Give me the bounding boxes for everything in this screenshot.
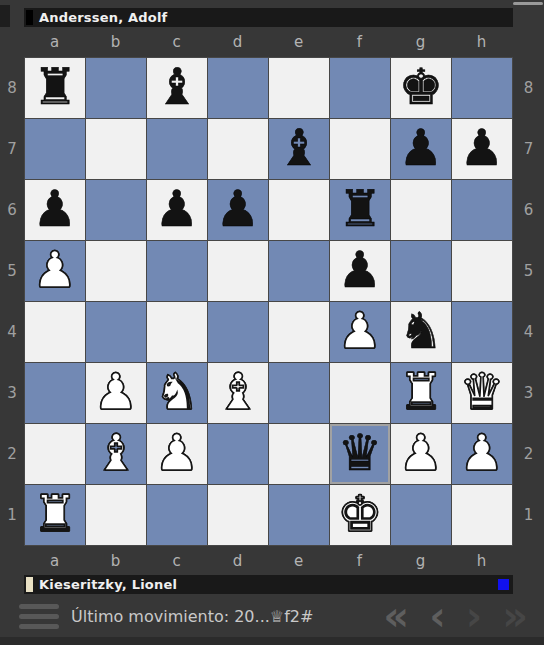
top-player-name: Anderssen, Adolf xyxy=(39,10,167,25)
file-label-e: e xyxy=(268,33,329,51)
file-label-a: a xyxy=(24,552,85,570)
file-label-d: d xyxy=(207,33,268,51)
rank-label-7: 7 xyxy=(513,140,544,158)
file-label-g: g xyxy=(390,33,451,51)
square-d5[interactable] xyxy=(208,241,268,301)
rank-label-6: 6 xyxy=(0,201,24,219)
window-corner-notch xyxy=(0,5,10,27)
square-h5[interactable] xyxy=(452,241,512,301)
square-c8[interactable]: ♝ xyxy=(147,58,207,118)
black-king-piece: ♚ xyxy=(391,58,451,118)
next-move-button[interactable]: › xyxy=(466,595,482,637)
file-label-b: b xyxy=(85,552,146,570)
square-d1[interactable] xyxy=(208,485,268,545)
previous-move-button[interactable]: ‹ xyxy=(429,595,445,637)
square-g1[interactable] xyxy=(391,485,451,545)
rank-label-3: 3 xyxy=(513,384,544,402)
white-pawn-piece: ♟ xyxy=(147,424,207,484)
square-h7[interactable]: ♟ xyxy=(452,119,512,179)
square-f5[interactable]: ♟ xyxy=(330,241,390,301)
file-labels-top: abcdefgh xyxy=(24,27,513,57)
rank-label-2: 2 xyxy=(513,445,544,463)
square-g8[interactable]: ♚ xyxy=(391,58,451,118)
square-g3[interactable]: ♜ xyxy=(391,363,451,423)
white-pawn-piece: ♟ xyxy=(452,424,512,484)
white-knight-piece: ♞ xyxy=(147,363,207,423)
rank-label-8: 8 xyxy=(0,79,24,97)
square-h8[interactable] xyxy=(452,58,512,118)
file-label-g: g xyxy=(390,552,451,570)
file-label-f: f xyxy=(329,552,390,570)
square-h1[interactable] xyxy=(452,485,512,545)
black-bishop-piece: ♝ xyxy=(269,119,329,179)
square-c5[interactable] xyxy=(147,241,207,301)
black-queen-piece: ♛ xyxy=(330,424,390,484)
square-b2[interactable]: ♝ xyxy=(86,424,146,484)
last-move-text: Último movimiento: 20...♕f2# xyxy=(71,607,313,626)
square-d7[interactable] xyxy=(208,119,268,179)
square-a1[interactable]: ♜ xyxy=(25,485,85,545)
square-e4[interactable] xyxy=(269,302,329,362)
square-a2[interactable] xyxy=(25,424,85,484)
black-knight-piece: ♞ xyxy=(391,302,451,362)
black-rook-piece: ♜ xyxy=(330,180,390,240)
file-label-h: h xyxy=(451,33,512,51)
square-f8[interactable] xyxy=(330,58,390,118)
move-navigation: «‹›» xyxy=(383,595,528,637)
black-pawn-piece: ♟ xyxy=(147,180,207,240)
white-pawn-piece: ♟ xyxy=(391,424,451,484)
square-f4[interactable]: ♟ xyxy=(330,302,390,362)
square-d4[interactable] xyxy=(208,302,268,362)
top-player-bar: Anderssen, Adolf xyxy=(24,8,513,27)
square-e3[interactable] xyxy=(269,363,329,423)
square-e2[interactable] xyxy=(269,424,329,484)
white-bishop-piece: ♝ xyxy=(86,424,146,484)
square-h3[interactable]: ♛ xyxy=(452,363,512,423)
rank-label-1: 1 xyxy=(513,506,544,524)
square-a6[interactable]: ♟ xyxy=(25,180,85,240)
black-pawn-piece: ♟ xyxy=(452,119,512,179)
square-c2[interactable]: ♟ xyxy=(147,424,207,484)
square-c1[interactable] xyxy=(147,485,207,545)
rank-label-4: 4 xyxy=(513,323,544,341)
bottom-player-bar: Kieseritzky, Lionel xyxy=(24,575,513,594)
white-rook-piece: ♜ xyxy=(391,363,451,423)
square-e7[interactable]: ♝ xyxy=(269,119,329,179)
square-f1[interactable]: ♚ xyxy=(330,485,390,545)
last-move-button[interactable]: » xyxy=(502,595,528,637)
rank-label-7: 7 xyxy=(0,140,24,158)
menu-button[interactable] xyxy=(19,604,59,629)
rank-labels-right: 87654321 xyxy=(513,57,544,546)
square-c4[interactable] xyxy=(147,302,207,362)
square-e5[interactable] xyxy=(269,241,329,301)
square-d8[interactable] xyxy=(208,58,268,118)
square-a3[interactable] xyxy=(25,363,85,423)
file-label-c: c xyxy=(146,552,207,570)
black-side-indicator xyxy=(26,10,33,25)
white-rook-piece: ♜ xyxy=(25,485,85,545)
white-pawn-piece: ♟ xyxy=(330,302,390,362)
square-h4[interactable] xyxy=(452,302,512,362)
square-d3[interactable]: ♝ xyxy=(208,363,268,423)
bottom-player-name: Kieseritzky, Lionel xyxy=(39,577,177,592)
white-pawn-piece: ♟ xyxy=(25,241,85,301)
square-c7[interactable] xyxy=(147,119,207,179)
square-a5[interactable]: ♟ xyxy=(25,241,85,301)
file-label-b: b xyxy=(85,33,146,51)
black-rook-piece: ♜ xyxy=(25,58,85,118)
rank-label-1: 1 xyxy=(0,506,24,524)
rank-label-3: 3 xyxy=(0,384,24,402)
square-g2[interactable]: ♟ xyxy=(391,424,451,484)
file-label-d: d xyxy=(207,552,268,570)
file-label-e: e xyxy=(268,552,329,570)
rank-label-6: 6 xyxy=(513,201,544,219)
bottom-toolbar: Último movimiento: 20...♕f2# «‹›» xyxy=(0,595,544,637)
white-bishop-piece: ♝ xyxy=(208,363,268,423)
square-c6[interactable]: ♟ xyxy=(147,180,207,240)
square-h6[interactable] xyxy=(452,180,512,240)
square-b7[interactable] xyxy=(86,119,146,179)
square-a8[interactable]: ♜ xyxy=(25,58,85,118)
square-b3[interactable]: ♟ xyxy=(86,363,146,423)
hamburger-icon xyxy=(19,604,59,609)
board: ♜♝♚♝♟♟♟♟♟♜♟♟♟♞♟♞♝♜♛♝♟♛♟♟♜♚ xyxy=(24,57,513,546)
square-e1[interactable] xyxy=(269,485,329,545)
square-g4[interactable]: ♞ xyxy=(391,302,451,362)
black-pawn-piece: ♟ xyxy=(25,180,85,240)
rank-label-4: 4 xyxy=(0,323,24,341)
file-label-h: h xyxy=(451,552,512,570)
rank-label-5: 5 xyxy=(0,262,24,280)
square-d6[interactable]: ♟ xyxy=(208,180,268,240)
square-e6[interactable] xyxy=(269,180,329,240)
white-queen-piece: ♛ xyxy=(452,363,512,423)
square-b1[interactable] xyxy=(86,485,146,545)
square-b6[interactable] xyxy=(86,180,146,240)
square-e8[interactable] xyxy=(269,58,329,118)
square-b5[interactable] xyxy=(86,241,146,301)
square-c3[interactable]: ♞ xyxy=(147,363,207,423)
rank-label-8: 8 xyxy=(513,79,544,97)
rank-labels-left: 87654321 xyxy=(0,57,24,546)
black-pawn-piece: ♟ xyxy=(391,119,451,179)
square-f6[interactable]: ♜ xyxy=(330,180,390,240)
square-g6[interactable] xyxy=(391,180,451,240)
file-label-f: f xyxy=(329,33,390,51)
square-h2[interactable]: ♟ xyxy=(452,424,512,484)
file-labels-bottom: abcdefgh xyxy=(24,546,513,576)
square-g7[interactable]: ♟ xyxy=(391,119,451,179)
first-move-button[interactable]: « xyxy=(383,595,409,637)
blue-status-indicator xyxy=(498,579,509,590)
square-g5[interactable] xyxy=(391,241,451,301)
white-pawn-piece: ♟ xyxy=(86,363,146,423)
square-b8[interactable] xyxy=(86,58,146,118)
white-king-piece: ♚ xyxy=(330,485,390,545)
square-f7[interactable] xyxy=(330,119,390,179)
rank-label-5: 5 xyxy=(513,262,544,280)
square-a4[interactable] xyxy=(25,302,85,362)
black-bishop-piece: ♝ xyxy=(147,58,207,118)
file-label-a: a xyxy=(24,33,85,51)
bottom-edge-strip xyxy=(0,637,544,645)
rank-label-2: 2 xyxy=(0,445,24,463)
square-f3[interactable] xyxy=(330,363,390,423)
file-label-c: c xyxy=(146,33,207,51)
white-side-indicator xyxy=(26,577,33,592)
square-d2[interactable] xyxy=(208,424,268,484)
square-a7[interactable] xyxy=(25,119,85,179)
scrollbar-handle[interactable] xyxy=(513,2,543,5)
square-b4[interactable] xyxy=(86,302,146,362)
black-pawn-piece: ♟ xyxy=(330,241,390,301)
black-pawn-piece: ♟ xyxy=(208,180,268,240)
square-f2[interactable]: ♛ xyxy=(330,424,390,484)
